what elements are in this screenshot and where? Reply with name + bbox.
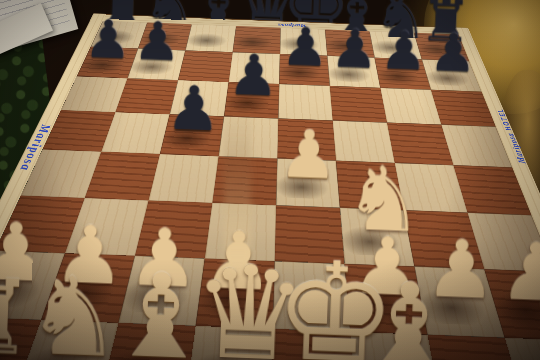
square-h7: ♟ [422,60,482,92]
chess-board: Mariposa Mariposa Mariposa HOTEL ♜♞♝♛♚♝♞… [0,13,540,360]
piece-white-pawn-e4: ♟ [277,121,341,189]
square-c1: ♝ [98,323,196,360]
square-h1: ♜ [505,338,540,360]
piece-anchor: ♟ [329,72,378,74]
piece-black-pawn-c5: ♟ [164,78,223,141]
square-f7: ♟ [327,56,380,88]
square-g7: ♟ [375,58,431,90]
piece-anchor: ♟ [378,74,427,76]
piece-anchor: ♟ [132,65,181,67]
board-grid: ♜♞♝♛♚♝♞♜♟♟♟♟♟♟♟♟♟♞♟♟♟♟♟♟♟♜♞♝♛♚♝♜ [0,21,540,360]
piece-anchor: ♟ [427,76,476,78]
piece-white-rook-h1: ♜ [520,286,540,360]
piece-white-bishop-c1: ♝ [106,257,193,360]
piece-anchor: ♟ [164,136,221,138]
piece-white-rook-a1: ♜ [0,263,27,360]
piece-anchor: ♟ [280,70,329,72]
piece-anchor: ♟ [277,184,338,186]
piece-black-pawn-f7: ♟ [329,22,380,76]
square-e7: ♟ [279,54,330,86]
piece-black-pawn-g7: ♟ [378,24,429,78]
piece-white-bishop-f1: ♝ [354,266,441,360]
piece-black-pawn-h7: ♟ [427,25,478,79]
square-e1: ♚ [271,329,357,360]
square-d1: ♛ [184,326,273,360]
piece-black-pawn-b7: ♟ [132,14,183,68]
piece-anchor: ♟ [83,63,132,65]
piece-anchor: ♝ [188,39,234,41]
square-c4 [149,154,219,203]
piece-black-bishop-c8: ♝ [188,0,237,42]
piece-white-king-e1: ♚ [272,243,360,360]
motion-blur-ghost [224,98,251,273]
piece-black-pawn-d6: ♟ [226,47,281,105]
square-c5: ♟ [160,114,224,156]
perspective-scene: Mariposa Mariposa Mariposa HOTEL ♜♞♝♛♚♝♞… [0,0,540,360]
piece-black-pawn-a7: ♟ [82,12,133,66]
square-f1: ♝ [350,332,443,360]
square-b1: ♞ [12,320,119,360]
square-e4: ♟ [276,158,340,207]
chess-photo-scene: Mariposa Mariposa Mariposa HOTEL ♜♞♝♛♚♝♞… [0,0,540,360]
piece-white-knight-b1: ♞ [23,261,110,360]
